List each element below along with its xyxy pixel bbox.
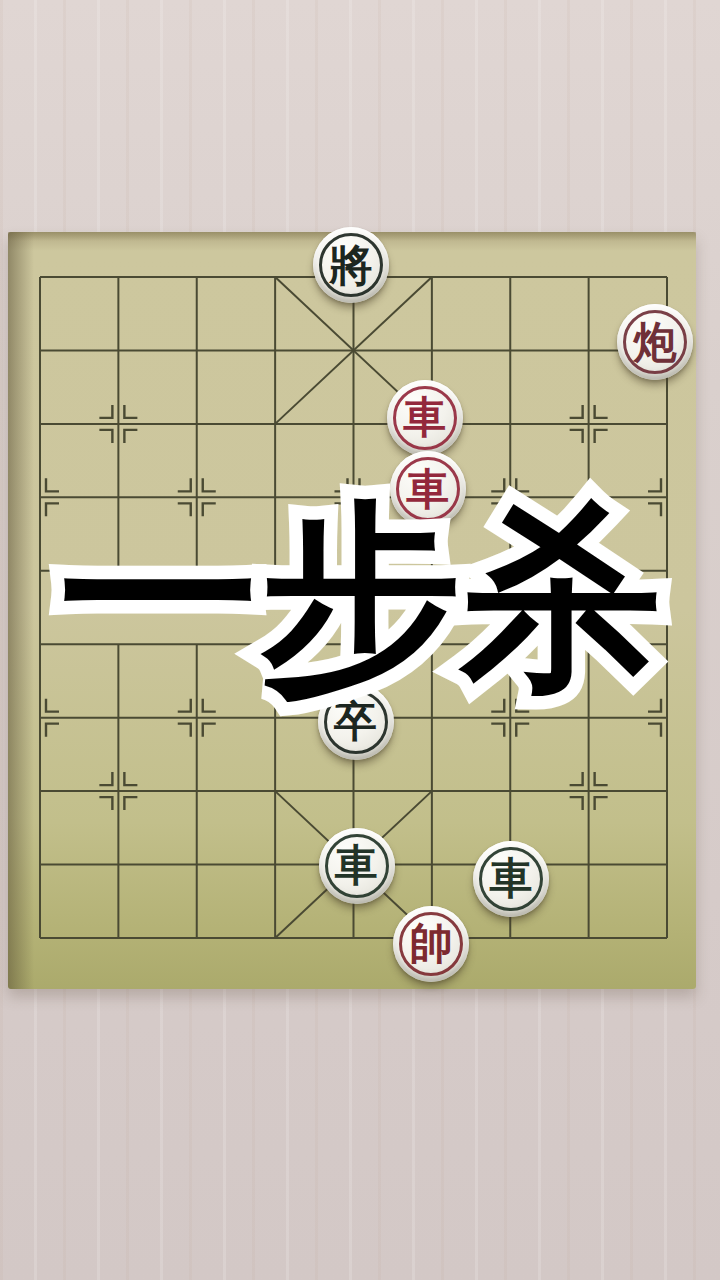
piece-glyph: 帥 — [393, 906, 469, 982]
piece-glyph: 炮 — [617, 304, 693, 380]
piece-glyph: 車 — [319, 828, 395, 904]
piece-black-general[interactable]: 將 — [313, 227, 389, 303]
piece-glyph: 將 — [313, 227, 389, 303]
piece-glyph: 卒 — [318, 684, 394, 760]
piece-glyph: 車 — [390, 451, 466, 527]
piece-black-soldier[interactable]: 卒 — [318, 684, 394, 760]
piece-red-general[interactable]: 帥 — [393, 906, 469, 982]
piece-glyph: 車 — [387, 380, 463, 456]
piece-black-chariot-1[interactable]: 車 — [319, 828, 395, 904]
pieces-layer: 將炮車車卒車車帥 — [1, 240, 707, 974]
piece-red-chariot-2[interactable]: 車 — [390, 451, 466, 527]
piece-red-chariot-1[interactable]: 車 — [387, 380, 463, 456]
piece-glyph: 車 — [473, 841, 549, 917]
piece-black-chariot-2[interactable]: 車 — [473, 841, 549, 917]
piece-red-cannon[interactable]: 炮 — [617, 304, 693, 380]
